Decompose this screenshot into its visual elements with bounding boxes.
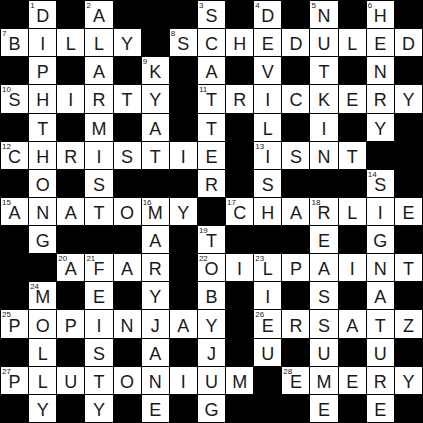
- cell-r11c0[interactable]: 25P: [1, 310, 28, 337]
- cell-letter: R: [374, 373, 387, 391]
- block-cell-r8c3: [85, 226, 112, 253]
- cell-letter: R: [289, 317, 302, 335]
- cell-r7c11[interactable]: 18R: [310, 198, 337, 225]
- cell-letter: G: [36, 232, 50, 250]
- cell-r7c8[interactable]: 17C: [226, 198, 253, 225]
- block-cell-r12c12: [339, 339, 366, 366]
- cell-letter: I: [265, 288, 270, 306]
- block-cell-r14c10: [282, 395, 309, 422]
- cell-letter: H: [261, 204, 274, 222]
- cell-letter: L: [347, 204, 357, 222]
- clue-number: 21: [86, 254, 95, 263]
- cell-r3c7[interactable]: 11T: [198, 85, 225, 112]
- cell-letter: Y: [402, 91, 414, 109]
- crossword-board: 1D2A3S4D5N6H7BILLY8SCHEDULEDPA9KAVTN10SH…: [0, 0, 423, 423]
- cell-r7c2[interactable]: A: [57, 198, 84, 225]
- cell-letter: N: [36, 204, 49, 222]
- cell-r3c12[interactable]: E: [339, 85, 366, 112]
- block-cell-r14c8: [226, 395, 253, 422]
- cell-letter: T: [93, 204, 104, 222]
- cell-r11c12[interactable]: A: [339, 310, 366, 337]
- cell-letter: K: [149, 63, 161, 81]
- cell-letter: G: [373, 232, 387, 250]
- cell-r0c11[interactable]: 5N: [310, 1, 337, 28]
- cell-r1c11[interactable]: U: [310, 29, 337, 56]
- cell-r9c9[interactable]: 23L: [254, 254, 281, 281]
- cell-r9c12[interactable]: I: [339, 254, 366, 281]
- cell-letter: T: [93, 373, 104, 391]
- cell-r9c11[interactable]: A: [310, 254, 337, 281]
- clue-number: 17: [227, 198, 236, 207]
- cell-r13c1[interactable]: L: [29, 367, 56, 394]
- block-cell-r0c6: [170, 1, 197, 28]
- block-cell-r10c8: [226, 282, 253, 309]
- block-cell-r14c4: [114, 395, 141, 422]
- cell-r3c2[interactable]: I: [57, 85, 84, 112]
- cell-r13c14[interactable]: Y: [395, 367, 422, 394]
- cell-r14c13[interactable]: E: [367, 395, 394, 422]
- cell-r14c1[interactable]: Y: [29, 395, 56, 422]
- clue-number: 2: [86, 1, 90, 10]
- block-cell-r8c6: [170, 226, 197, 253]
- cell-r3c5[interactable]: Y: [142, 85, 169, 112]
- block-cell-r9c0: [1, 254, 28, 281]
- cell-r13c13[interactable]: R: [367, 367, 394, 394]
- cell-r14c5[interactable]: E: [142, 395, 169, 422]
- cell-letter: L: [94, 35, 104, 53]
- cell-r14c3[interactable]: Y: [85, 395, 112, 422]
- cell-letter: P: [37, 63, 49, 81]
- cell-r5c5[interactable]: T: [142, 142, 169, 169]
- cell-r2c13[interactable]: N: [367, 57, 394, 84]
- cell-letter: N: [149, 373, 162, 391]
- block-cell-r0c2: [57, 1, 84, 28]
- cell-letter: T: [375, 317, 386, 335]
- cell-letter: E: [346, 373, 358, 391]
- block-cell-r0c0: [1, 1, 28, 28]
- cell-letter: I: [350, 260, 355, 278]
- cell-letter: U: [261, 345, 274, 363]
- cell-letter: R: [64, 148, 77, 166]
- cell-r4c5[interactable]: A: [142, 114, 169, 141]
- cell-letter: O: [36, 317, 50, 335]
- cell-letter: T: [122, 91, 133, 109]
- cell-r9c4[interactable]: A: [114, 254, 141, 281]
- clue-number: 19: [199, 226, 208, 235]
- block-cell-r14c14: [395, 395, 422, 422]
- clue-number: 6: [368, 1, 372, 10]
- block-cell-r4c4: [114, 114, 141, 141]
- cell-r13c11[interactable]: M: [310, 367, 337, 394]
- cell-letter: B: [9, 35, 21, 53]
- cell-r11c5[interactable]: J: [142, 310, 169, 337]
- block-cell-r2c14: [395, 57, 422, 84]
- block-cell-r4c6: [170, 114, 197, 141]
- cell-letter: O: [120, 204, 134, 222]
- cell-r0c1[interactable]: 1D: [29, 1, 56, 28]
- block-cell-r6c12: [339, 170, 366, 197]
- cell-letter: S: [290, 148, 302, 166]
- cell-letter: B: [205, 288, 217, 306]
- cell-letter: T: [206, 120, 217, 138]
- cell-letter: I: [40, 35, 45, 53]
- cell-r7c13[interactable]: I: [367, 198, 394, 225]
- cell-r4c1[interactable]: T: [29, 114, 56, 141]
- cell-r4c7[interactable]: T: [198, 114, 225, 141]
- cell-r0c3[interactable]: 2A: [85, 1, 112, 28]
- cell-r10c5[interactable]: Y: [142, 282, 169, 309]
- cell-r9c2[interactable]: 20A: [57, 254, 84, 281]
- cell-r2c7[interactable]: A: [198, 57, 225, 84]
- cell-r9c10[interactable]: P: [282, 254, 309, 281]
- cell-r6c3[interactable]: S: [85, 170, 112, 197]
- cell-r3c8[interactable]: R: [226, 85, 253, 112]
- clue-number: 10: [2, 85, 11, 94]
- cell-r7c4[interactable]: O: [114, 198, 141, 225]
- cell-r2c9[interactable]: V: [254, 57, 281, 84]
- cell-letter: L: [38, 345, 48, 363]
- cell-letter: C: [205, 35, 218, 53]
- cell-letter: S: [205, 7, 217, 25]
- cell-r2c11[interactable]: T: [310, 57, 337, 84]
- block-cell-r6c6: [170, 170, 197, 197]
- cell-letter: V: [262, 63, 274, 81]
- block-cell-r5c13: [367, 142, 394, 169]
- cell-r0c7[interactable]: 3S: [198, 1, 225, 28]
- cell-r13c12[interactable]: E: [339, 367, 366, 394]
- cell-letter: Y: [402, 373, 414, 391]
- block-cell-r12c2: [57, 339, 84, 366]
- cell-r3c14[interactable]: Y: [395, 85, 422, 112]
- cell-r5c1[interactable]: H: [29, 142, 56, 169]
- cell-letter: A: [149, 120, 161, 138]
- cell-r5c11[interactable]: N: [310, 142, 337, 169]
- cell-letter: E: [318, 232, 330, 250]
- clue-number: 27: [2, 367, 11, 376]
- cell-letter: D: [402, 35, 415, 53]
- cell-r6c9[interactable]: S: [254, 170, 281, 197]
- clue-number: 15: [2, 198, 11, 207]
- cell-r11c9[interactable]: 26E: [254, 310, 281, 337]
- cell-letter: T: [347, 148, 358, 166]
- cell-r3c11[interactable]: K: [310, 85, 337, 112]
- cell-letter: E: [346, 91, 358, 109]
- clue-number: 1: [30, 1, 34, 10]
- cell-r2c3[interactable]: A: [85, 57, 112, 84]
- block-cell-r10c6: [170, 282, 197, 309]
- cell-r12c9[interactable]: U: [254, 339, 281, 366]
- cell-r9c13[interactable]: N: [367, 254, 394, 281]
- cell-r3c10[interactable]: C: [282, 85, 309, 112]
- cell-letter: Y: [93, 401, 105, 419]
- cell-r5c3[interactable]: I: [85, 142, 112, 169]
- clue-number: 24: [30, 282, 39, 291]
- clue-number: 11: [199, 85, 207, 94]
- cell-letter: Y: [205, 317, 217, 335]
- cell-r3c0[interactable]: 10S: [1, 85, 28, 112]
- cell-r10c11[interactable]: S: [310, 282, 337, 309]
- cell-r12c11[interactable]: U: [310, 339, 337, 366]
- cell-r1c6[interactable]: 8S: [170, 29, 197, 56]
- cell-letter: E: [93, 288, 105, 306]
- cell-r14c11[interactable]: E: [310, 395, 337, 422]
- cell-letter: E: [205, 148, 217, 166]
- cell-r5c7[interactable]: E: [198, 142, 225, 169]
- cell-letter: A: [177, 317, 189, 335]
- cell-r1c3[interactable]: L: [85, 29, 112, 56]
- cell-r1c8[interactable]: H: [226, 29, 253, 56]
- cell-r0c13[interactable]: 6H: [367, 1, 394, 28]
- cell-r13c0[interactable]: 27P: [1, 367, 28, 394]
- block-cell-r6c4: [114, 170, 141, 197]
- block-cell-r14c6: [170, 395, 197, 422]
- cell-r11c11[interactable]: S: [310, 310, 337, 337]
- cell-r3c9[interactable]: I: [254, 85, 281, 112]
- cell-letter: S: [93, 176, 105, 194]
- cell-letter: Y: [37, 401, 49, 419]
- cell-r1c14[interactable]: D: [395, 29, 422, 56]
- cell-r13c5[interactable]: N: [142, 367, 169, 394]
- cell-r4c13[interactable]: Y: [367, 114, 394, 141]
- cell-letter: L: [263, 260, 273, 278]
- cell-letter: T: [37, 120, 48, 138]
- clue-number: 18: [311, 198, 320, 207]
- cell-letter: A: [374, 288, 386, 306]
- cell-letter: A: [346, 317, 358, 335]
- cell-r13c7[interactable]: U: [198, 367, 225, 394]
- cell-r5c4[interactable]: S: [114, 142, 141, 169]
- cell-r12c1[interactable]: L: [29, 339, 56, 366]
- cell-r2c1[interactable]: P: [29, 57, 56, 84]
- block-cell-r8c10: [282, 226, 309, 253]
- cell-r3c13[interactable]: R: [367, 85, 394, 112]
- block-cell-r2c6: [170, 57, 197, 84]
- cell-r5c12[interactable]: T: [339, 142, 366, 169]
- cell-r9c8[interactable]: I: [226, 254, 253, 281]
- block-cell-r6c2: [57, 170, 84, 197]
- cell-r1c9[interactable]: E: [254, 29, 281, 56]
- cell-r7c5[interactable]: 16M: [142, 198, 169, 225]
- cell-letter: C: [289, 91, 302, 109]
- block-cell-r10c2: [57, 282, 84, 309]
- cell-r5c10[interactable]: S: [282, 142, 309, 169]
- cell-r12c13[interactable]: U: [367, 339, 394, 366]
- cell-r7c6[interactable]: Y: [170, 198, 197, 225]
- clue-number: 8: [171, 29, 175, 38]
- cell-letter: E: [149, 401, 161, 419]
- cell-r7c9[interactable]: H: [254, 198, 281, 225]
- cell-r13c2[interactable]: U: [57, 367, 84, 394]
- cell-r1c2[interactable]: L: [57, 29, 84, 56]
- cell-r12c3[interactable]: S: [85, 339, 112, 366]
- cell-r11c14[interactable]: Z: [395, 310, 422, 337]
- cell-r9c7[interactable]: 22O: [198, 254, 225, 281]
- cell-letter: A: [121, 260, 133, 278]
- clue-number: 26: [255, 310, 264, 319]
- cell-letter: I: [181, 148, 186, 166]
- cell-r6c13[interactable]: 14S: [367, 170, 394, 197]
- cell-r3c3[interactable]: R: [85, 85, 112, 112]
- cell-letter: M: [317, 373, 332, 391]
- cell-r4c3[interactable]: M: [85, 114, 112, 141]
- block-cell-r10c4: [114, 282, 141, 309]
- block-cell-r0c8: [226, 1, 253, 28]
- cell-r13c8[interactable]: M: [226, 367, 253, 394]
- cell-letter: R: [205, 176, 218, 194]
- cell-r4c9[interactable]: L: [254, 114, 281, 141]
- block-cell-r13c9: [254, 367, 281, 394]
- cell-letter: S: [262, 176, 274, 194]
- block-cell-r0c10: [282, 1, 309, 28]
- block-cell-r4c14: [395, 114, 422, 141]
- cell-r5c2[interactable]: R: [57, 142, 84, 169]
- cell-r3c1[interactable]: H: [29, 85, 56, 112]
- cell-r5c9[interactable]: 13I: [254, 142, 281, 169]
- block-cell-r8c0: [1, 226, 28, 253]
- cell-r11c10[interactable]: R: [282, 310, 309, 337]
- cell-r11c4[interactable]: N: [114, 310, 141, 337]
- cell-r13c10[interactable]: 28E: [282, 367, 309, 394]
- cell-r6c7[interactable]: R: [198, 170, 225, 197]
- cell-letter: H: [374, 7, 387, 25]
- cell-r7c14[interactable]: E: [395, 198, 422, 225]
- cell-r1c7[interactable]: C: [198, 29, 225, 56]
- cell-r9c3[interactable]: 21F: [85, 254, 112, 281]
- block-cell-r8c12: [339, 226, 366, 253]
- cell-r0c9[interactable]: 4D: [254, 1, 281, 28]
- cell-letter: L: [38, 373, 48, 391]
- block-cell-r12c8: [226, 339, 253, 366]
- block-cell-r12c10: [282, 339, 309, 366]
- cell-r7c1[interactable]: N: [29, 198, 56, 225]
- cell-letter: H: [36, 91, 49, 109]
- block-cell-r10c12: [339, 282, 366, 309]
- cell-letter: I: [68, 91, 73, 109]
- cell-r9c5[interactable]: R: [142, 254, 169, 281]
- block-cell-r1c5: [142, 29, 169, 56]
- cell-letter: I: [322, 120, 327, 138]
- cell-letter: S: [93, 345, 105, 363]
- block-cell-r14c9: [254, 395, 281, 422]
- cell-letter: U: [318, 345, 331, 363]
- cell-letter: N: [318, 148, 331, 166]
- cell-r13c3[interactable]: T: [85, 367, 112, 394]
- cell-r3c4[interactable]: T: [114, 85, 141, 112]
- clue-number: 23: [255, 254, 264, 263]
- cell-r7c0[interactable]: 15A: [1, 198, 28, 225]
- block-cell-r12c0: [1, 339, 28, 366]
- cell-r11c6[interactable]: A: [170, 310, 197, 337]
- block-cell-r4c8: [226, 114, 253, 141]
- cell-letter: L: [66, 35, 76, 53]
- cell-r10c1[interactable]: 24M: [29, 282, 56, 309]
- cell-r4c11[interactable]: I: [310, 114, 337, 141]
- cell-r13c4[interactable]: O: [114, 367, 141, 394]
- block-cell-r11c8: [226, 310, 253, 337]
- cell-r7c12[interactable]: L: [339, 198, 366, 225]
- cell-letter: T: [319, 63, 330, 81]
- cell-r11c3[interactable]: I: [85, 310, 112, 337]
- cell-r12c5[interactable]: A: [142, 339, 169, 366]
- cell-letter: J: [151, 317, 160, 335]
- cell-letter: R: [92, 91, 105, 109]
- cell-r2c5[interactable]: 9K: [142, 57, 169, 84]
- cell-r1c1[interactable]: I: [29, 29, 56, 56]
- cell-r1c12[interactable]: L: [339, 29, 366, 56]
- cell-r11c7[interactable]: Y: [198, 310, 225, 337]
- block-cell-r8c4: [114, 226, 141, 253]
- cell-r8c7[interactable]: 19T: [198, 226, 225, 253]
- cell-r10c3[interactable]: E: [85, 282, 112, 309]
- clue-number: 20: [58, 254, 67, 263]
- cell-r1c0[interactable]: 7B: [1, 29, 28, 56]
- cell-letter: U: [318, 35, 331, 53]
- cell-letter: E: [402, 204, 414, 222]
- block-cell-r14c0: [1, 395, 28, 422]
- cell-letter: Z: [403, 317, 414, 335]
- cell-letter: Y: [177, 204, 189, 222]
- clue-number: 7: [2, 29, 6, 38]
- cell-r1c10[interactable]: D: [282, 29, 309, 56]
- cell-letter: Y: [121, 35, 133, 53]
- block-cell-r8c8: [226, 226, 253, 253]
- cell-letter: D: [289, 35, 302, 53]
- cell-r11c1[interactable]: O: [29, 310, 56, 337]
- cell-r8c5[interactable]: A: [142, 226, 169, 253]
- block-cell-r4c12: [339, 114, 366, 141]
- cell-r10c7[interactable]: B: [198, 282, 225, 309]
- cell-r5c0[interactable]: 12C: [1, 142, 28, 169]
- cell-letter: O: [120, 373, 134, 391]
- cell-letter: Y: [149, 91, 161, 109]
- cell-r6c1[interactable]: O: [29, 170, 56, 197]
- cell-letter: U: [205, 373, 218, 391]
- cell-r11c2[interactable]: P: [57, 310, 84, 337]
- cell-letter: U: [374, 345, 387, 363]
- cell-r1c13[interactable]: E: [367, 29, 394, 56]
- block-cell-r3c6: [170, 85, 197, 112]
- cell-r9c14[interactable]: T: [395, 254, 422, 281]
- cell-r8c1[interactable]: G: [29, 226, 56, 253]
- cell-r1c4[interactable]: Y: [114, 29, 141, 56]
- cell-r10c9[interactable]: I: [254, 282, 281, 309]
- cell-r7c10[interactable]: A: [282, 198, 309, 225]
- cell-letter: T: [403, 260, 414, 278]
- clue-number: 22: [199, 254, 208, 263]
- cell-r10c13[interactable]: A: [367, 282, 394, 309]
- cell-r7c3[interactable]: T: [85, 198, 112, 225]
- block-cell-r14c2: [57, 395, 84, 422]
- cell-letter: A: [93, 7, 105, 25]
- cell-letter: L: [347, 35, 357, 53]
- cell-r14c7[interactable]: G: [198, 395, 225, 422]
- cell-letter: H: [233, 35, 246, 53]
- block-cell-r2c0: [1, 57, 28, 84]
- cell-letter: I: [265, 148, 270, 166]
- clue-number: 16: [143, 198, 152, 207]
- cell-r13c6[interactable]: I: [170, 367, 197, 394]
- clue-number: 5: [311, 1, 315, 10]
- cell-letter: A: [65, 204, 77, 222]
- cell-letter: D: [261, 7, 274, 25]
- cell-r12c7[interactable]: J: [198, 339, 225, 366]
- cell-r8c13[interactable]: G: [367, 226, 394, 253]
- cell-r11c13[interactable]: T: [367, 310, 394, 337]
- cell-r8c11[interactable]: E: [310, 226, 337, 253]
- cell-letter: I: [265, 91, 270, 109]
- cell-letter: S: [318, 288, 330, 306]
- cell-r5c6[interactable]: I: [170, 142, 197, 169]
